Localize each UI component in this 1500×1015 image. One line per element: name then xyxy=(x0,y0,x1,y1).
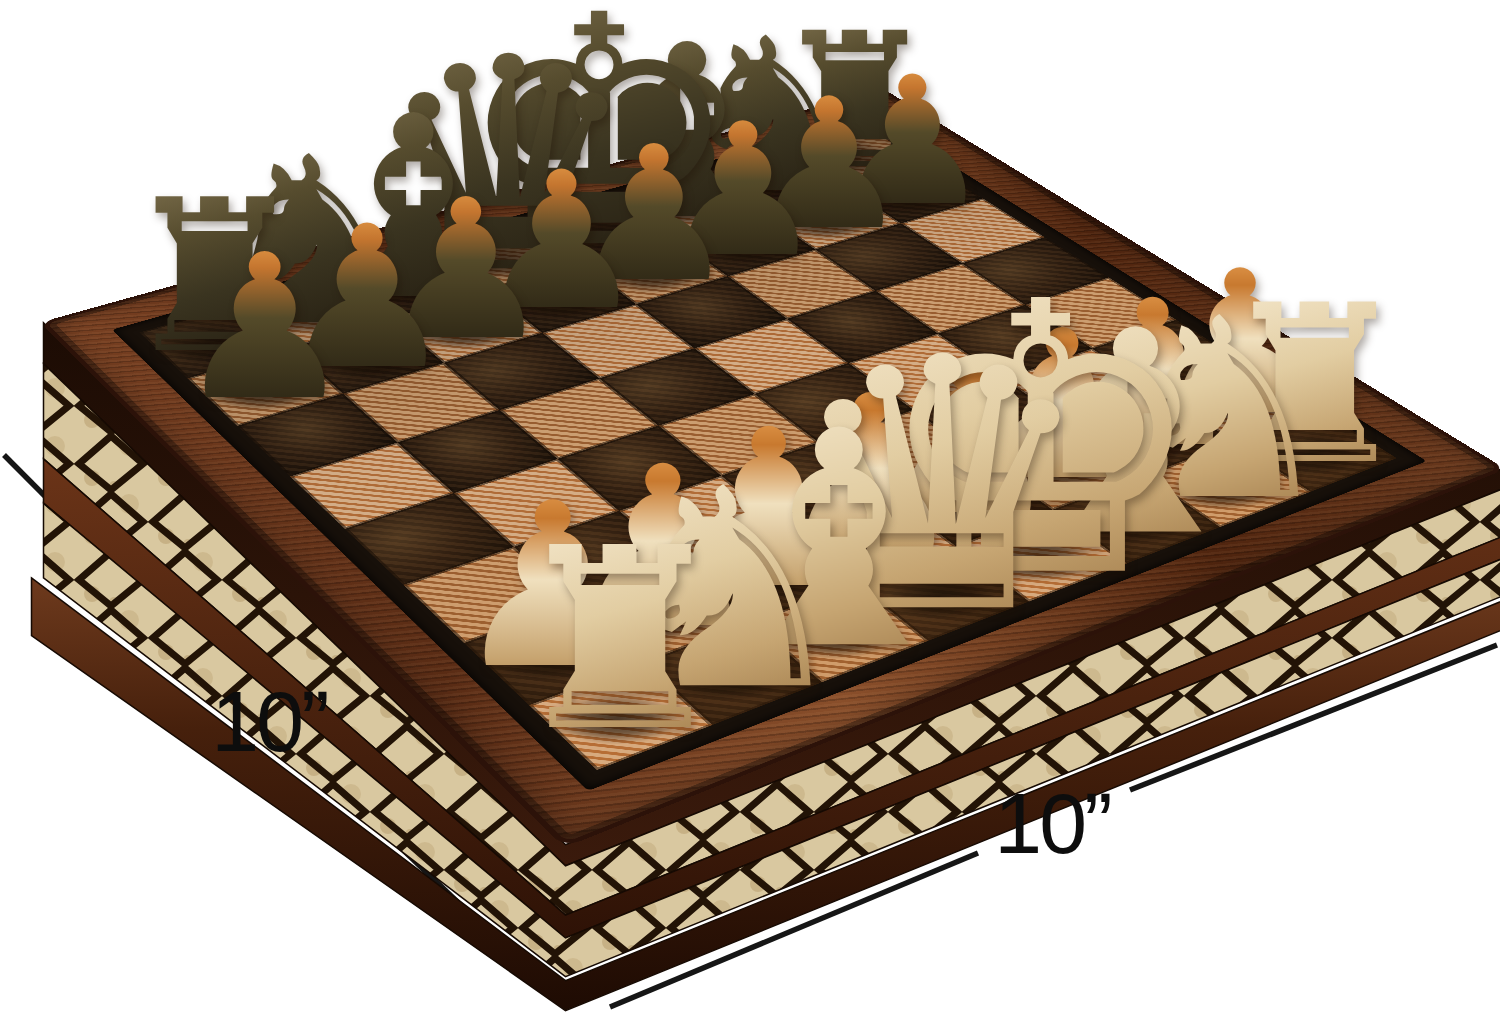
board-grid xyxy=(140,126,1397,770)
dimension-line-bottom-left xyxy=(610,853,978,1007)
dimension-label-bottom: 10” xyxy=(994,774,1109,873)
dimension-label-left: 10” xyxy=(211,672,326,771)
chess-board xyxy=(140,126,1397,770)
product-photo-stage: ♜♞♝♛♚♝♞♜♟♟♟♟♟♟♟♟♟♟♟♟♟♟♟♟♜♞♝♛♚♝♞♜ 10” 10” xyxy=(0,0,1500,1015)
dimension-line-bottom-right xyxy=(1130,645,1497,790)
dimension-line-left-upper xyxy=(4,455,213,665)
